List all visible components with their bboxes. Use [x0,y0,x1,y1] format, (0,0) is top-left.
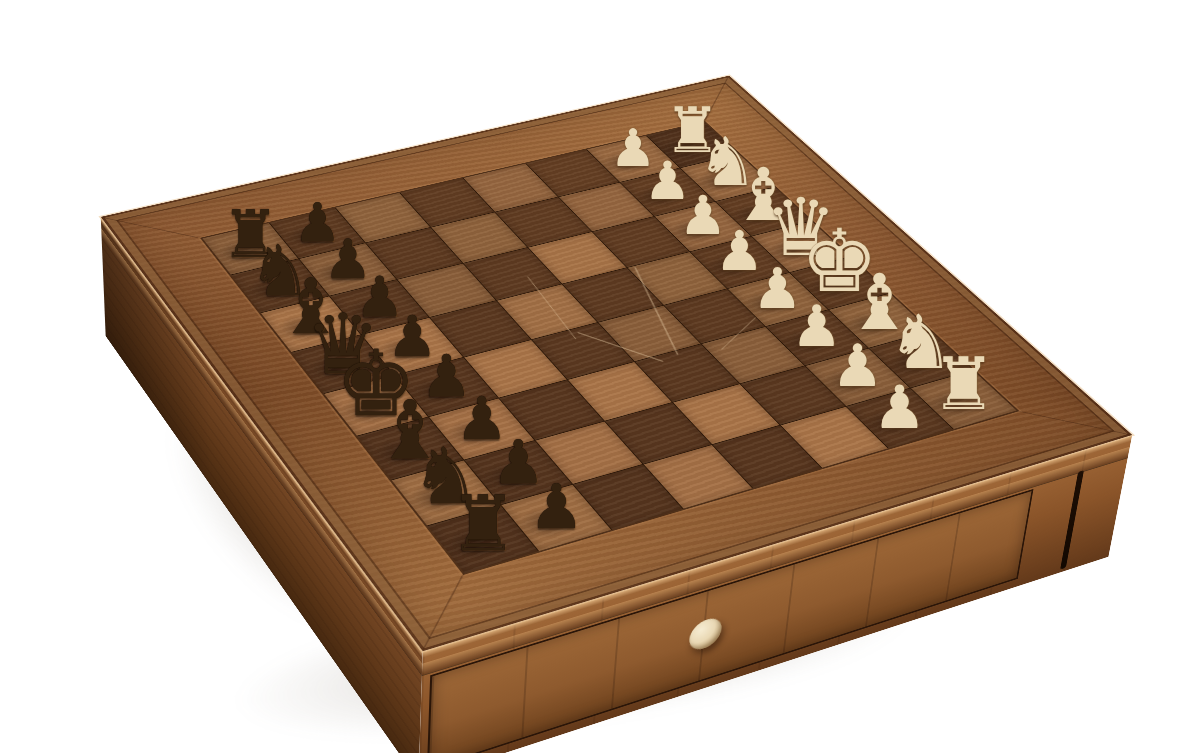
drawer-knob [688,615,723,654]
square-e6 [464,340,566,398]
border-mitre-joint [103,217,210,240]
square-h3 [780,407,887,468]
square-f5 [568,362,672,421]
border-mitre-joint [1008,409,1129,435]
square-f6 [499,380,604,440]
square-c8 [261,296,361,352]
square-e8 [324,375,428,435]
border-mitre-joint [423,568,467,650]
square-d8 [292,335,394,393]
square-h6 [574,464,683,529]
square-f4 [635,344,738,402]
wood-crack [577,332,663,362]
square-g6 [536,421,643,483]
square-h8 [428,505,539,573]
square-h4 [713,426,821,488]
square-g2 [805,348,909,406]
square-g8 [392,460,500,525]
square-h2 [846,388,952,448]
square-g4 [674,384,780,444]
square-f7 [429,398,534,459]
square-g7 [465,441,573,505]
square-h7 [501,485,611,551]
square-g5 [605,402,711,463]
square-d7 [362,318,463,375]
chess-set-photo: ♜♞♝♛♚♝♞♜♟♟♟♟♟♟♟♟♟♟♟♟♟♟♟♟♜♞♝♛♚♝♞♜ [0,0,1200,753]
scene-rotation [0,0,1200,753]
square-e5 [532,322,634,379]
board-grid-frame [203,122,1017,573]
board-grid [203,122,1017,573]
drawer-slot [1060,470,1084,569]
square-h5 [644,445,753,509]
square-h1 [911,370,1017,429]
border-mitre-joint [702,77,729,126]
square-g3 [740,366,845,425]
square-f8 [357,417,463,480]
square-e7 [395,357,498,416]
